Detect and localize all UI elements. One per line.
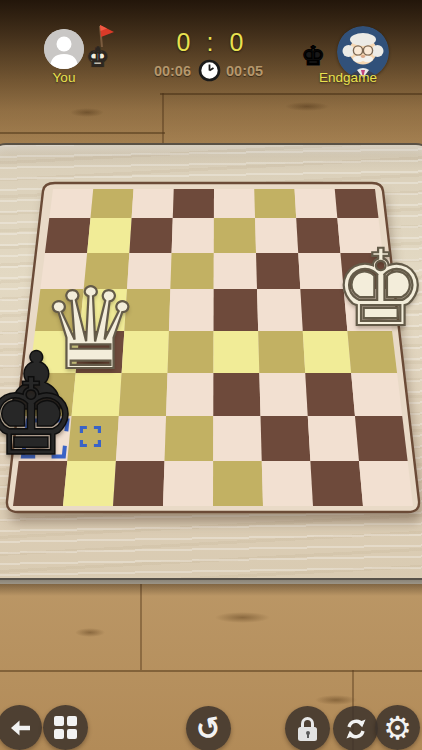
square-e5[interactable]: [214, 289, 259, 331]
score-left: 0: [177, 28, 193, 56]
square-d8[interactable]: [173, 189, 214, 218]
square-d6[interactable]: [170, 253, 213, 289]
player-name: You: [34, 70, 94, 85]
square-e4[interactable]: [213, 331, 259, 373]
clock-icon: [198, 59, 221, 82]
square-b8[interactable]: [90, 189, 133, 218]
square-d1[interactable]: [163, 461, 213, 506]
square-d4[interactable]: [168, 331, 214, 373]
square-e7[interactable]: [214, 218, 256, 253]
square-g8[interactable]: [295, 189, 338, 218]
lock-button[interactable]: [285, 706, 330, 750]
square-f3[interactable]: [259, 373, 307, 416]
square-d2[interactable]: [165, 416, 214, 461]
square-c1[interactable]: [113, 461, 165, 506]
layout-button[interactable]: [43, 705, 88, 750]
square-a7[interactable]: [45, 218, 91, 253]
square-d7[interactable]: [172, 218, 214, 253]
square-h2[interactable]: [355, 416, 408, 461]
score-right: 0: [229, 28, 245, 56]
square-f2[interactable]: [261, 416, 311, 461]
sync-icon: [343, 716, 369, 742]
square-e8[interactable]: [214, 189, 255, 218]
square-h3[interactable]: [351, 373, 402, 416]
square-b7[interactable]: [87, 218, 131, 253]
square-g1[interactable]: [310, 461, 363, 506]
square-e1[interactable]: [213, 461, 263, 506]
undo-icon: ↺: [193, 711, 224, 746]
square-g3[interactable]: [305, 373, 355, 416]
square-c2[interactable]: [116, 416, 166, 461]
sync-button[interactable]: [333, 706, 378, 750]
timer-right: 00:05: [226, 63, 263, 79]
square-f4[interactable]: [258, 331, 305, 373]
square-f7[interactable]: [255, 218, 298, 253]
square-e2[interactable]: [213, 416, 262, 461]
square-h8[interactable]: [335, 189, 379, 218]
square-c8[interactable]: [132, 189, 174, 218]
settings-button[interactable]: ⚙: [375, 705, 420, 750]
app-screen: ♚♛♟♚ ♚ You 0:0 00:06 00:05 ♚: [0, 0, 422, 750]
square-f8[interactable]: [254, 189, 296, 218]
square-e3[interactable]: [213, 373, 260, 416]
piece-black-king[interactable]: ♚: [0, 365, 79, 471]
square-e6[interactable]: [214, 253, 257, 289]
square-a8[interactable]: [49, 189, 93, 218]
timer-left: 00:06: [154, 63, 191, 79]
square-h1[interactable]: [359, 461, 413, 506]
gear-icon: ⚙: [383, 712, 412, 744]
score-separator: :: [207, 28, 216, 56]
square-g2[interactable]: [308, 416, 359, 461]
piece-white-king[interactable]: ♚: [333, 236, 422, 342]
lock-icon: [298, 717, 317, 741]
square-f1[interactable]: [262, 461, 313, 506]
square-f5[interactable]: [257, 289, 303, 331]
opponent-name: Endgame: [313, 70, 383, 85]
grid-icon: [54, 716, 77, 739]
square-c7[interactable]: [129, 218, 172, 253]
back-arrow-icon: [7, 717, 33, 739]
undo-button[interactable]: ↺: [186, 706, 231, 750]
square-d5[interactable]: [169, 289, 214, 331]
square-f6[interactable]: [256, 253, 300, 289]
black-king-icon: ♚: [301, 42, 325, 69]
square-d3[interactable]: [166, 373, 213, 416]
